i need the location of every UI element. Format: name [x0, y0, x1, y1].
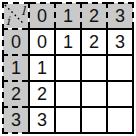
grid-cell-0-0: 0: [29, 29, 55, 55]
dp-table-diagram: l i 0 1 2 3 0 0 1 2 3 1 1 2 2: [0, 0, 136, 136]
grid-cell-1-2: [81, 55, 107, 81]
table-row: 2 2: [3, 81, 133, 107]
col-header-2: 2: [81, 3, 107, 29]
col-header-0: 0: [29, 3, 55, 29]
dp-table: l i 0 1 2 3 0 0 1 2 3 1 1 2 2: [2, 2, 134, 134]
table-row: 0 0 1 2 3: [3, 29, 133, 55]
row-header-1: 1: [3, 55, 29, 81]
grid-cell-1-0: 1: [29, 55, 55, 81]
grid-cell-1-1: [55, 55, 81, 81]
row-index-label: i: [6, 15, 10, 27]
row-header-2: 2: [3, 81, 29, 107]
grid-cell-0-2: 2: [81, 29, 107, 55]
row-header-0: 0: [3, 29, 29, 55]
grid-cell-1-3: [107, 55, 133, 81]
col-header-1: 1: [55, 3, 81, 29]
grid-cell-2-1: [55, 81, 81, 107]
grid-cell-3-0: 3: [29, 107, 55, 133]
grid-cell-2-2: [81, 81, 107, 107]
header-row: l i 0 1 2 3: [3, 3, 133, 29]
row-header-3: 3: [3, 107, 29, 133]
grid-cell-0-3: 3: [107, 29, 133, 55]
col-header-3: 3: [107, 3, 133, 29]
grid-cell-0-1: 1: [55, 29, 81, 55]
grid-cell-3-3: [107, 107, 133, 133]
table-row: 3 3: [3, 107, 133, 133]
col-index-label: l: [21, 5, 25, 17]
grid-cell-3-2: [81, 107, 107, 133]
grid-cell-2-0: 2: [29, 81, 55, 107]
grid-cell-2-3: [107, 81, 133, 107]
grid-cell-3-1: [55, 107, 81, 133]
corner-cell: l i: [3, 3, 29, 29]
table-row: 1 1: [3, 55, 133, 81]
